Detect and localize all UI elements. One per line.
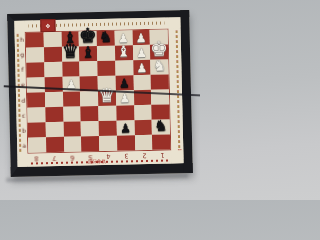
rank-label-6: 6: [63, 153, 81, 160]
square-h4[interactable]: ♞: [97, 31, 115, 46]
square-a7[interactable]: [46, 137, 64, 152]
square-g5[interactable]: ♝: [79, 46, 97, 61]
file-label-h: h: [20, 32, 24, 47]
square-c7[interactable]: [45, 107, 63, 122]
square-b5[interactable]: [81, 121, 99, 136]
piece-white-queen-d4[interactable]: ♛: [98, 85, 115, 104]
square-c4[interactable]: [98, 106, 116, 121]
square-a4[interactable]: [99, 136, 117, 151]
piece-black-queen-g6[interactable]: ♛: [62, 41, 79, 60]
rank-label-7: 7: [45, 154, 63, 161]
piece-black-knight-b1[interactable]: ♞: [154, 118, 168, 133]
piece-white-pawn-f2[interactable]: ♟: [136, 62, 147, 74]
square-b3[interactable]: ♟: [116, 120, 134, 135]
square-d7[interactable]: [45, 92, 63, 107]
square-b4[interactable]: [99, 121, 117, 136]
piece-white-pawn-g2[interactable]: ♟: [136, 47, 147, 59]
square-h8[interactable]: [26, 32, 44, 47]
maker-seal: ❖: [40, 19, 55, 32]
square-b1[interactable]: ♞: [152, 119, 170, 134]
border-bottom: 87654321 国际象棋: [27, 150, 171, 166]
square-f5[interactable]: [80, 61, 98, 76]
square-f3[interactable]: [115, 60, 133, 75]
piece-black-knight-h4[interactable]: ♞: [99, 30, 113, 45]
border-corner-bl: [17, 154, 27, 167]
square-f8[interactable]: [26, 62, 44, 77]
square-e8[interactable]: [27, 77, 45, 92]
square-h2[interactable]: ♟: [132, 30, 150, 45]
square-a3[interactable]: [117, 135, 135, 150]
square-a8[interactable]: [28, 137, 46, 152]
chess-set-photo: ❖ hgfedcba ♝♚♞♟♟♛♝♝♟♚♟♞♟♟♛♟♟♞ 国际象棋 87654…: [0, 0, 200, 200]
square-b6[interactable]: [63, 121, 81, 136]
piece-white-pawn-d3[interactable]: ♟: [119, 92, 130, 104]
square-h7[interactable]: [43, 32, 61, 47]
square-c6[interactable]: [63, 106, 81, 121]
square-c2[interactable]: [134, 105, 152, 120]
file-label-c: c: [21, 108, 25, 123]
rank-label-2: 2: [135, 152, 153, 159]
square-e7[interactable]: [44, 77, 62, 92]
board-frame: ❖ hgfedcba ♝♚♞♟♟♛♝♝♟♚♟♞♟♟♛♟♟♞ 国际象棋 87654…: [7, 10, 193, 177]
square-b8[interactable]: [28, 122, 46, 137]
square-f2[interactable]: ♟: [133, 60, 151, 75]
square-c8[interactable]: [27, 107, 45, 122]
piece-white-knight-f1[interactable]: ♞: [153, 58, 167, 73]
file-label-g: g: [20, 47, 24, 62]
square-b7[interactable]: [45, 122, 63, 137]
border-corner-tl: [14, 21, 24, 32]
square-d6[interactable]: [62, 91, 80, 106]
square-g6[interactable]: ♛: [61, 46, 79, 61]
square-a5[interactable]: [81, 136, 99, 151]
square-e3[interactable]: ♟: [115, 75, 133, 90]
rank-label-1: 1: [153, 151, 171, 158]
border-right: 国际象棋: [169, 28, 184, 150]
piece-white-pawn-h2[interactable]: ♟: [136, 32, 147, 44]
square-d5[interactable]: [80, 91, 98, 106]
square-c5[interactable]: [81, 106, 99, 121]
square-e2[interactable]: [133, 75, 151, 90]
square-a2[interactable]: [134, 135, 152, 150]
square-f7[interactable]: [44, 62, 62, 77]
square-d4[interactable]: ♛: [98, 91, 116, 106]
file-label-d: d: [21, 93, 25, 108]
piece-black-bishop-g5[interactable]: ♝: [81, 45, 95, 60]
square-e1[interactable]: [151, 74, 169, 89]
square-g2[interactable]: ♟: [132, 45, 150, 60]
square-g8[interactable]: [26, 47, 44, 62]
piece-black-pawn-e3[interactable]: ♟: [119, 77, 130, 89]
square-d8[interactable]: [27, 92, 45, 107]
piece-white-bishop-g3[interactable]: ♝: [117, 44, 131, 59]
border-corner-br: [171, 150, 183, 163]
square-f6[interactable]: [62, 61, 80, 76]
rank-label-3: 3: [117, 152, 135, 159]
square-f4[interactable]: [97, 61, 115, 76]
square-b2[interactable]: [134, 120, 152, 135]
square-g4[interactable]: [97, 46, 115, 61]
square-c3[interactable]: [116, 105, 134, 120]
square-a6[interactable]: [63, 136, 81, 151]
square-g7[interactable]: [44, 47, 62, 62]
border-corner-tr: [168, 17, 180, 28]
square-a1[interactable]: [152, 134, 170, 149]
file-label-b: b: [22, 123, 26, 138]
right-ornament: [176, 30, 181, 148]
piece-black-pawn-b3[interactable]: ♟: [120, 122, 131, 134]
square-f1[interactable]: ♞: [150, 59, 168, 74]
brand-text-bottom: 国际象棋: [88, 159, 106, 164]
file-label-a: a: [22, 138, 26, 153]
square-g3[interactable]: ♝: [115, 45, 133, 60]
rank-label-8: 8: [27, 154, 45, 161]
file-label-f: f: [20, 62, 24, 77]
